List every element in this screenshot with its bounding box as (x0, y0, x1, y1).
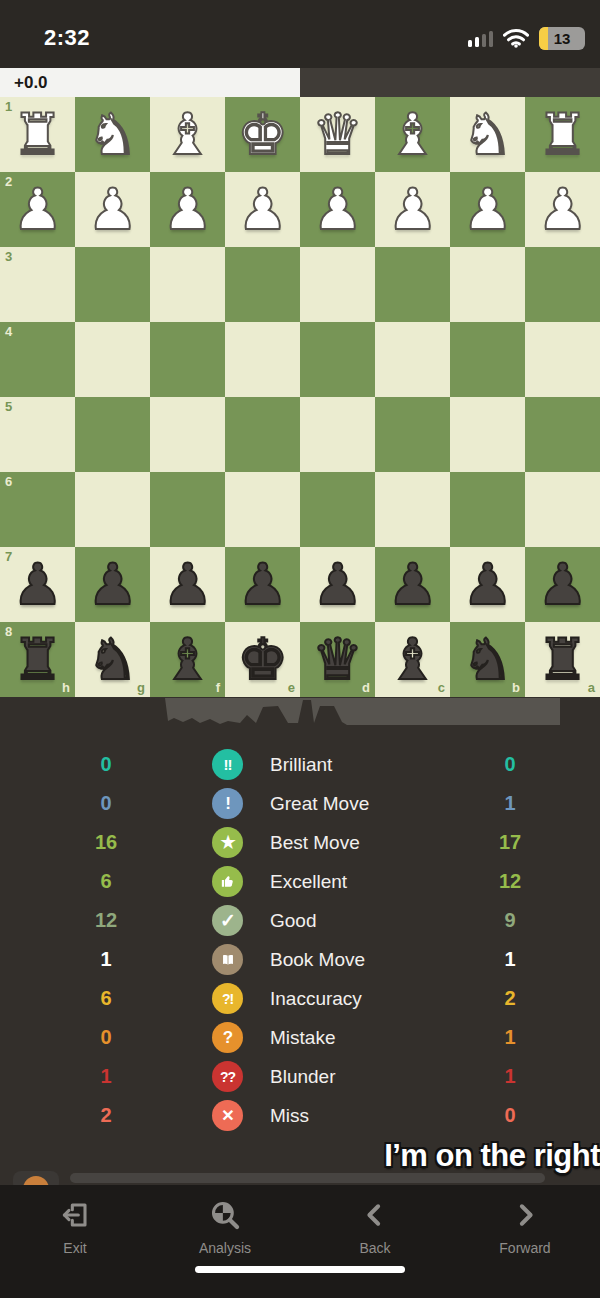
back-label: Back (359, 1240, 390, 1256)
square-g1[interactable]: ♞ (75, 97, 150, 172)
blunder-icon: ?? (212, 1061, 243, 1092)
stat-row-mistake: 0?Mistake1 (0, 1018, 600, 1057)
square-d1[interactable]: ♛ (300, 97, 375, 172)
mistake-icon: ? (212, 1022, 243, 1053)
square-e7[interactable]: ♟ (225, 547, 300, 622)
square-d2[interactable]: ♟ (300, 172, 375, 247)
square-b7[interactable]: ♟ (450, 547, 525, 622)
piece-white-bishop[interactable]: ♝ (162, 97, 213, 172)
rank-label: 1 (5, 100, 12, 113)
square-e5[interactable] (225, 397, 300, 472)
status-bar: 2:32 13 (0, 0, 600, 68)
piece-white-knight[interactable]: ♞ (462, 97, 513, 172)
white-player-count: 1 (0, 948, 212, 971)
piece-white-pawn[interactable]: ♟ (237, 172, 288, 247)
square-a6[interactable] (525, 472, 600, 547)
square-f6[interactable] (150, 472, 225, 547)
piece-black-bishop[interactable]: ♝ (162, 622, 213, 697)
piece-black-pawn[interactable]: ♟ (162, 547, 213, 622)
black-player-count: 1 (420, 1065, 600, 1088)
book-move-icon (212, 944, 243, 975)
square-g6[interactable] (75, 472, 150, 547)
stat-label: Great Move (268, 793, 420, 815)
square-g3[interactable] (75, 247, 150, 322)
square-f1[interactable]: ♝ (150, 97, 225, 172)
piece-white-king[interactable]: ♚ (237, 97, 288, 172)
square-b3[interactable] (450, 247, 525, 322)
black-player-count: 17 (420, 831, 600, 854)
stat-row-inaccuracy: 6?!Inaccuracy2 (0, 979, 600, 1018)
video-caption: I’m on the right (384, 1138, 600, 1174)
black-player-count: 0 (420, 1104, 600, 1127)
piece-black-knight[interactable]: ♞ (462, 622, 513, 697)
stat-row-good: 12✓Good9 (0, 901, 600, 940)
piece-black-knight[interactable]: ♞ (87, 622, 138, 697)
white-player-count: 12 (0, 909, 212, 932)
stat-row-book-move: 1Book Move1 (0, 940, 600, 979)
square-a7[interactable]: ♟ (525, 547, 600, 622)
square-c6[interactable] (375, 472, 450, 547)
black-player-count: 1 (420, 948, 600, 971)
piece-black-pawn[interactable]: ♟ (237, 547, 288, 622)
stat-label: Excellent (268, 871, 420, 893)
inaccuracy-icon: ?! (212, 983, 243, 1014)
rank-label: 6 (5, 475, 12, 488)
stat-row-blunder: 1??Blunder1 (0, 1057, 600, 1096)
battery-percent: 13 (554, 30, 571, 47)
square-f7[interactable]: ♟ (150, 547, 225, 622)
forward-label: Forward (499, 1240, 550, 1256)
stat-label: Book Move (268, 949, 420, 971)
black-player-count: 1 (420, 1026, 600, 1049)
stat-label: Inaccuracy (268, 988, 420, 1010)
square-c2[interactable]: ♟ (375, 172, 450, 247)
great-move-icon: ! (212, 788, 243, 819)
rank-label: 3 (5, 250, 12, 263)
piece-white-rook[interactable]: ♜ (12, 97, 63, 172)
square-f3[interactable] (150, 247, 225, 322)
cutoff-avatar (23, 1176, 49, 1185)
file-label: e (288, 681, 295, 694)
piece-white-pawn[interactable]: ♟ (87, 172, 138, 247)
square-c4[interactable] (375, 322, 450, 397)
square-b5[interactable] (450, 397, 525, 472)
stat-row-brilliant: 0!!Brilliant0 (0, 745, 600, 784)
back-icon (357, 1197, 393, 1233)
exit-icon (57, 1197, 93, 1233)
evaluation-bar-white-half: +0.0 (0, 68, 300, 97)
square-f4[interactable] (150, 322, 225, 397)
square-g8[interactable]: g♞ (75, 622, 150, 697)
file-label: h (62, 681, 70, 694)
square-h1[interactable]: 1♜ (0, 97, 75, 172)
square-d6[interactable] (300, 472, 375, 547)
rank-label: 4 (5, 325, 12, 338)
white-player-count: 2 (0, 1104, 212, 1127)
square-a5[interactable] (525, 397, 600, 472)
exit-label: Exit (63, 1240, 86, 1256)
square-d7[interactable]: ♟ (300, 547, 375, 622)
eval-graph[interactable] (0, 697, 600, 727)
square-h4[interactable]: 4 (0, 322, 75, 397)
square-e6[interactable] (225, 472, 300, 547)
file-label: a (588, 681, 595, 694)
rank-label: 8 (5, 625, 12, 638)
move-classification-list: 0!!Brilliant00!Great Move116★Best Move17… (0, 745, 600, 1135)
square-b2[interactable]: ♟ (450, 172, 525, 247)
square-h5[interactable]: 5 (0, 397, 75, 472)
piece-white-pawn[interactable]: ♟ (12, 172, 63, 247)
piece-white-pawn[interactable]: ♟ (462, 172, 513, 247)
square-c1[interactable]: ♝ (375, 97, 450, 172)
back-button[interactable]: Back (300, 1185, 450, 1298)
square-d8[interactable]: d♛ (300, 622, 375, 697)
file-label: c (438, 681, 445, 694)
file-label: d (362, 681, 370, 694)
piece-black-queen[interactable]: ♛ (312, 622, 363, 697)
square-a8[interactable]: a♜ (525, 622, 600, 697)
file-label: f (216, 681, 220, 694)
stat-row-excellent: 6Excellent12 (0, 862, 600, 901)
square-e4[interactable] (225, 322, 300, 397)
chess-board[interactable]: 1♜♞♝♚♛♝♞♜2♟♟♟♟♟♟♟♟34567♟♟♟♟♟♟♟♟8h♜g♞f♝e♚… (0, 97, 600, 697)
piece-white-pawn[interactable]: ♟ (537, 172, 588, 247)
square-b6[interactable] (450, 472, 525, 547)
stat-row-best-move: 16★Best Move17 (0, 823, 600, 862)
good-icon: ✓ (212, 905, 243, 936)
square-b8[interactable]: b♞ (450, 622, 525, 697)
square-a2[interactable]: ♟ (525, 172, 600, 247)
stat-label: Best Move (268, 832, 420, 854)
home-indicator[interactable] (195, 1266, 405, 1273)
piece-white-pawn[interactable]: ♟ (162, 172, 213, 247)
stat-row-miss: 2✕Miss0 (0, 1096, 600, 1135)
piece-white-queen[interactable]: ♛ (312, 97, 363, 172)
piece-black-pawn[interactable]: ♟ (87, 547, 138, 622)
white-player-count: 0 (0, 753, 212, 776)
square-h8[interactable]: 8h♜ (0, 622, 75, 697)
rank-label: 5 (5, 400, 12, 413)
white-player-count: 16 (0, 831, 212, 854)
white-player-count: 1 (0, 1065, 212, 1088)
stat-label: Mistake (268, 1027, 420, 1049)
excellent-icon (212, 866, 243, 897)
square-b1[interactable]: ♞ (450, 97, 525, 172)
stat-label: Good (268, 910, 420, 932)
square-a4[interactable] (525, 322, 600, 397)
rank-label: 2 (5, 175, 12, 188)
square-b4[interactable] (450, 322, 525, 397)
file-label: b (512, 681, 520, 694)
stat-label: Miss (268, 1105, 420, 1127)
square-d4[interactable] (300, 322, 375, 397)
square-h2[interactable]: 2♟ (0, 172, 75, 247)
battery-icon: 13 (539, 27, 585, 50)
piece-white-pawn[interactable]: ♟ (387, 172, 438, 247)
square-h6[interactable]: 6 (0, 472, 75, 547)
piece-black-rook[interactable]: ♜ (537, 622, 588, 697)
square-f8[interactable]: f♝ (150, 622, 225, 697)
square-e3[interactable] (225, 247, 300, 322)
stat-label: Blunder (268, 1066, 420, 1088)
square-e1[interactable]: ♚ (225, 97, 300, 172)
brilliant-icon: !! (212, 749, 243, 780)
square-c5[interactable] (375, 397, 450, 472)
rank-label: 7 (5, 550, 12, 563)
exit-button[interactable]: Exit (0, 1185, 150, 1298)
white-player-count: 0 (0, 792, 212, 815)
square-g5[interactable] (75, 397, 150, 472)
clock-time: 2:32 (44, 17, 90, 51)
square-h7[interactable]: 7♟ (0, 547, 75, 622)
square-d5[interactable] (300, 397, 375, 472)
black-player-count: 0 (420, 753, 600, 776)
analysis-label: Analysis (199, 1240, 251, 1256)
piece-white-knight[interactable]: ♞ (87, 97, 138, 172)
piece-white-rook[interactable]: ♜ (537, 97, 588, 172)
stat-label: Brilliant (268, 754, 420, 776)
miss-icon: ✕ (212, 1100, 243, 1131)
bottom-toolbar: Exit Analysis Back Forward (0, 1185, 600, 1298)
wifi-icon (503, 29, 529, 48)
square-a3[interactable] (525, 247, 600, 322)
forward-icon (507, 1197, 543, 1233)
square-e2[interactable]: ♟ (225, 172, 300, 247)
black-player-count: 1 (420, 792, 600, 815)
square-g4[interactable] (75, 322, 150, 397)
white-player-count: 6 (0, 870, 212, 893)
piece-black-pawn[interactable]: ♟ (387, 547, 438, 622)
black-player-count: 9 (420, 909, 600, 932)
square-g2[interactable]: ♟ (75, 172, 150, 247)
piece-black-pawn[interactable]: ♟ (12, 547, 63, 622)
black-player-count: 12 (420, 870, 600, 893)
file-label: g (137, 681, 145, 694)
cutoff-pill (13, 1171, 59, 1185)
stat-row-great-move: 0!Great Move1 (0, 784, 600, 823)
square-d3[interactable] (300, 247, 375, 322)
analysis-icon (207, 1197, 243, 1233)
evaluation-bar: +0.0 (0, 68, 600, 97)
square-c8[interactable]: c♝ (375, 622, 450, 697)
analysis-button[interactable]: Analysis (150, 1185, 300, 1298)
evaluation-score: +0.0 (0, 73, 48, 93)
white-player-count: 6 (0, 987, 212, 1010)
square-h3[interactable]: 3 (0, 247, 75, 322)
forward-button[interactable]: Forward (450, 1185, 600, 1298)
square-e8[interactable]: e♚ (225, 622, 300, 697)
piece-black-pawn[interactable]: ♟ (312, 547, 363, 622)
piece-black-king[interactable]: ♚ (237, 622, 288, 697)
piece-black-rook[interactable]: ♜ (12, 622, 63, 697)
cutoff-progress-bar (70, 1173, 545, 1183)
piece-black-bishop[interactable]: ♝ (387, 622, 438, 697)
piece-black-pawn[interactable]: ♟ (537, 547, 588, 622)
piece-white-bishop[interactable]: ♝ (387, 97, 438, 172)
piece-black-pawn[interactable]: ♟ (462, 547, 513, 622)
piece-white-pawn[interactable]: ♟ (312, 172, 363, 247)
best-move-icon: ★ (212, 827, 243, 858)
cellular-signal-icon (468, 30, 494, 47)
white-player-count: 0 (0, 1026, 212, 1049)
black-player-count: 2 (420, 987, 600, 1010)
square-c7[interactable]: ♟ (375, 547, 450, 622)
square-f2[interactable]: ♟ (150, 172, 225, 247)
square-g7[interactable]: ♟ (75, 547, 150, 622)
square-c3[interactable] (375, 247, 450, 322)
square-a1[interactable]: ♜ (525, 97, 600, 172)
square-f5[interactable] (150, 397, 225, 472)
